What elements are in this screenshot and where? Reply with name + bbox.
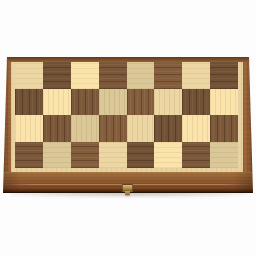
chess-box-lid (3, 57, 253, 172)
chess-board-grid (15, 62, 238, 168)
board-square (43, 62, 71, 89)
board-square (99, 115, 127, 142)
board-square (182, 62, 210, 89)
board-square (15, 115, 43, 142)
board-square (154, 142, 182, 169)
board-square (71, 142, 99, 169)
board-square (127, 115, 155, 142)
board-square (154, 115, 182, 142)
board-square (210, 89, 238, 116)
board-square (210, 115, 238, 142)
board-square (99, 62, 127, 89)
board-square (127, 62, 155, 89)
board-square (182, 115, 210, 142)
board-square (154, 62, 182, 89)
board-square (71, 62, 99, 89)
board-square (182, 89, 210, 116)
board-square (99, 89, 127, 116)
board-square (43, 115, 71, 142)
brass-clasp-tab (125, 191, 130, 195)
board-square (71, 89, 99, 116)
board-square (210, 142, 238, 169)
board-square (43, 89, 71, 116)
board-square (43, 142, 71, 169)
board-square (210, 62, 238, 89)
board-square (99, 142, 127, 169)
board-square (71, 115, 99, 142)
chess-box (3, 57, 253, 193)
board-square (127, 142, 155, 169)
board-square (15, 142, 43, 169)
board-square (182, 142, 210, 169)
board-square (15, 89, 43, 116)
board-square (15, 62, 43, 89)
board-square (127, 89, 155, 116)
board-square (154, 89, 182, 116)
photo-background (0, 0, 256, 256)
